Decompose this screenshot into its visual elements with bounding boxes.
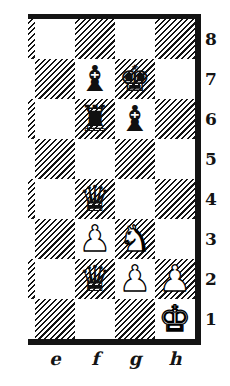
board-left-sliver xyxy=(28,59,35,99)
square-h6 xyxy=(155,99,195,139)
square-e5 xyxy=(35,139,75,179)
rank-labels: 87654321 xyxy=(205,19,221,339)
square-f1 xyxy=(75,299,115,339)
black-king: ♚ xyxy=(119,59,151,99)
black-rook: ♜ xyxy=(79,99,111,139)
square-h1: ♚ xyxy=(155,299,195,339)
square-g8 xyxy=(115,19,155,59)
square-e8 xyxy=(35,19,75,59)
square-g6: ♝ xyxy=(115,99,155,139)
black-bishop: ♝ xyxy=(119,99,151,139)
board-left-sliver xyxy=(28,219,35,259)
square-h4 xyxy=(155,179,195,219)
file-label-g: g xyxy=(115,348,155,369)
square-e3 xyxy=(35,219,75,259)
square-f4: ♛ xyxy=(75,179,115,219)
chess-board-frame: ♝♚♜♝♛♟♞♛♟♟♚ xyxy=(28,14,201,345)
square-h5 xyxy=(155,139,195,179)
square-g7: ♚ xyxy=(115,59,155,99)
square-g3: ♞ xyxy=(115,219,155,259)
square-e1 xyxy=(35,299,75,339)
square-h7 xyxy=(155,59,195,99)
square-g5 xyxy=(115,139,155,179)
rank-label-2: 2 xyxy=(205,259,221,299)
black-bishop: ♝ xyxy=(79,59,111,99)
square-e6 xyxy=(35,99,75,139)
square-f3: ♟ xyxy=(75,219,115,259)
white-pawn: ♟ xyxy=(119,259,151,299)
square-h8 xyxy=(155,19,195,59)
chess-board: ♝♚♜♝♛♟♞♛♟♟♚ xyxy=(28,19,195,339)
square-g1 xyxy=(115,299,155,339)
page: ♝♚♜♝♛♟♞♛♟♟♚ 87654321 efgh xyxy=(0,0,230,386)
square-e7 xyxy=(35,59,75,99)
rank-label-7: 7 xyxy=(205,59,221,99)
rank-label-8: 8 xyxy=(205,19,221,59)
rank-label-5: 5 xyxy=(205,139,221,179)
white-king: ♚ xyxy=(159,299,191,339)
square-g4 xyxy=(115,179,155,219)
file-label-e: e xyxy=(35,348,75,369)
black-queen: ♛ xyxy=(79,259,111,299)
square-g2: ♟ xyxy=(115,259,155,299)
rank-label-6: 6 xyxy=(205,99,221,139)
board-left-sliver xyxy=(28,99,35,139)
file-labels: efgh xyxy=(35,348,195,369)
board-left-sliver xyxy=(28,139,35,179)
square-e2 xyxy=(35,259,75,299)
square-h3 xyxy=(155,219,195,259)
square-e4 xyxy=(35,179,75,219)
white-pawn: ♟ xyxy=(79,219,111,259)
square-f5 xyxy=(75,139,115,179)
board-left-sliver xyxy=(28,259,35,299)
file-label-h: h xyxy=(155,348,195,369)
file-label-f: f xyxy=(75,348,115,369)
square-f6: ♜ xyxy=(75,99,115,139)
square-h2: ♟ xyxy=(155,259,195,299)
white-pawn: ♟ xyxy=(159,259,191,299)
rank-label-3: 3 xyxy=(205,219,221,259)
square-f2: ♛ xyxy=(75,259,115,299)
rank-label-4: 4 xyxy=(205,179,221,219)
rank-label-1: 1 xyxy=(205,299,221,339)
square-f7: ♝ xyxy=(75,59,115,99)
white-knight: ♞ xyxy=(119,219,151,259)
board-left-sliver xyxy=(28,19,35,59)
black-queen: ♛ xyxy=(79,179,111,219)
board-left-sliver xyxy=(28,299,35,339)
board-left-sliver xyxy=(28,179,35,219)
square-f8 xyxy=(75,19,115,59)
